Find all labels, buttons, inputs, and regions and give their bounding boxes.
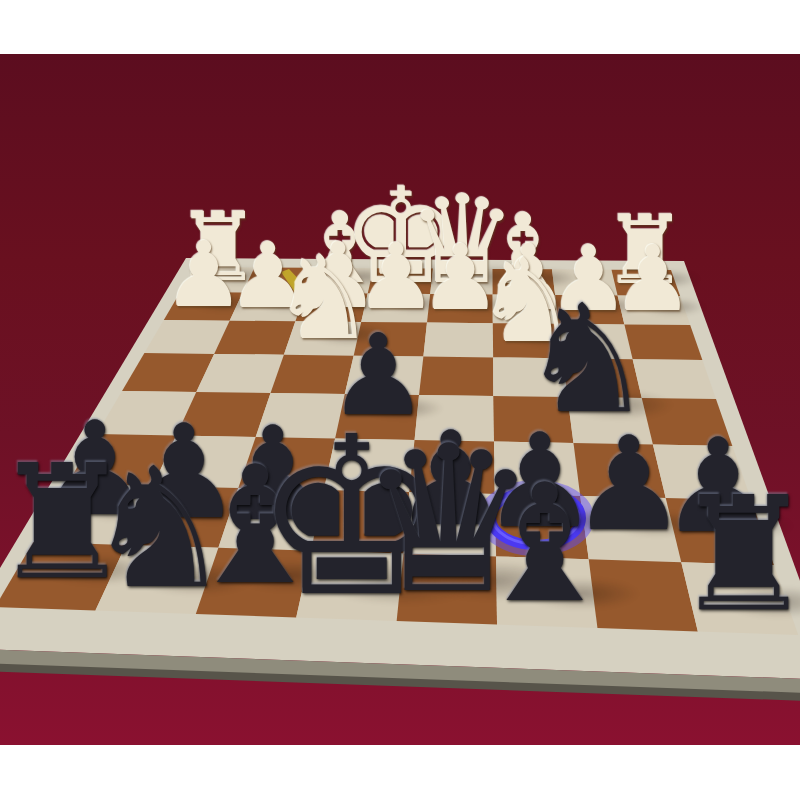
chess-app-window: ♜♜♝♝♚♛♟♟♟♟♟♟♟♟♞♞♟♞♟♟♟♟♟♟♟♜♞♝♝♚♛♜ xyxy=(0,0,800,800)
piece-black-queen-d8[interactable]: ♛ xyxy=(358,419,539,621)
piece-black-rook-a8[interactable]: ♜ xyxy=(673,476,800,634)
